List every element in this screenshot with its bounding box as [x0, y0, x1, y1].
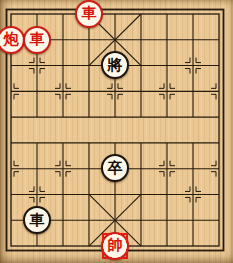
piece-red-chariot-a[interactable]: 車: [75, 0, 103, 28]
piece-red-cannon[interactable]: 炮: [0, 26, 25, 54]
piece-black-general[interactable]: 將: [101, 51, 129, 79]
piece-red-chariot-b[interactable]: 車: [23, 26, 51, 54]
piece-black-chariot[interactable]: 車: [23, 206, 51, 234]
xiangqi-board[interactable]: 車炮車將卒車帥: [0, 0, 233, 263]
pieces-layer: 車炮車將卒車帥: [0, 1, 232, 259]
piece-red-general[interactable]: 帥: [101, 232, 129, 260]
piece-black-soldier[interactable]: 卒: [101, 154, 129, 182]
